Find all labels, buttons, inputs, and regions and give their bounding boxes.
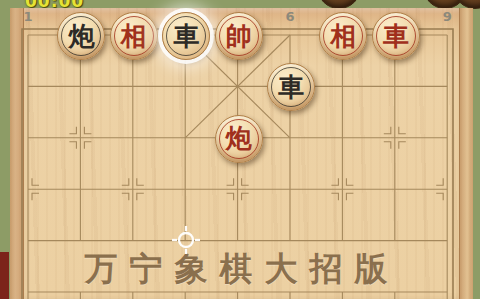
point-3-5[interactable] bbox=[107, 266, 159, 299]
point-7-1[interactable] bbox=[316, 60, 368, 111]
point-8-3[interactable] bbox=[369, 163, 421, 214]
point-9-4[interactable] bbox=[421, 215, 473, 266]
point-7-5[interactable] bbox=[316, 266, 368, 299]
point-9-3[interactable] bbox=[421, 163, 473, 214]
point-7-3[interactable] bbox=[316, 163, 368, 214]
point-1-5[interactable] bbox=[2, 266, 54, 299]
move-target-reticle[interactable] bbox=[168, 222, 204, 258]
point-3-2[interactable] bbox=[107, 112, 159, 163]
point-7-4[interactable] bbox=[316, 215, 368, 266]
point-3-4[interactable] bbox=[107, 215, 159, 266]
point-1-0[interactable] bbox=[2, 9, 54, 60]
point-4-5[interactable] bbox=[159, 266, 211, 299]
point-7-2[interactable] bbox=[316, 112, 368, 163]
point-8-4[interactable] bbox=[369, 215, 421, 266]
point-4-1[interactable] bbox=[159, 60, 211, 111]
point-5-1[interactable] bbox=[212, 60, 264, 111]
point-2-3[interactable] bbox=[54, 163, 106, 214]
point-2-2[interactable] bbox=[54, 112, 106, 163]
point-8-5[interactable] bbox=[369, 266, 421, 299]
point-2-5[interactable] bbox=[54, 266, 106, 299]
point-1-4[interactable] bbox=[2, 215, 54, 266]
point-4-3[interactable] bbox=[159, 163, 211, 214]
piece-red-cannon[interactable]: 炮 bbox=[215, 115, 263, 163]
point-9-2[interactable] bbox=[421, 112, 473, 163]
piece-red-general[interactable]: 帥 bbox=[215, 12, 263, 60]
point-6-5[interactable] bbox=[264, 266, 316, 299]
point-6-2[interactable] bbox=[264, 112, 316, 163]
point-2-4[interactable] bbox=[54, 215, 106, 266]
point-1-2[interactable] bbox=[2, 112, 54, 163]
point-4-2[interactable] bbox=[159, 112, 211, 163]
piece-red-elephant[interactable]: 相 bbox=[110, 12, 158, 60]
point-5-4[interactable] bbox=[212, 215, 264, 266]
point-9-1[interactable] bbox=[421, 60, 473, 111]
point-5-5[interactable] bbox=[212, 266, 264, 299]
side-panel-edge bbox=[0, 252, 9, 299]
piece-black-chariot[interactable]: 車 bbox=[162, 12, 210, 60]
game-screen: 00:00 169 万宁象棋大招版 炮相車帥相車車炮 bbox=[0, 0, 480, 299]
point-5-3[interactable] bbox=[212, 163, 264, 214]
point-9-0[interactable] bbox=[421, 9, 473, 60]
point-6-4[interactable] bbox=[264, 215, 316, 266]
piece-red-chariot[interactable]: 車 bbox=[372, 12, 420, 60]
point-6-0[interactable] bbox=[264, 9, 316, 60]
point-3-3[interactable] bbox=[107, 163, 159, 214]
point-6-3[interactable] bbox=[264, 163, 316, 214]
point-8-2[interactable] bbox=[369, 112, 421, 163]
point-8-1[interactable] bbox=[369, 60, 421, 111]
point-9-5[interactable] bbox=[421, 266, 473, 299]
point-1-3[interactable] bbox=[2, 163, 54, 214]
point-3-1[interactable] bbox=[107, 60, 159, 111]
point-1-1[interactable] bbox=[2, 60, 54, 111]
point-2-1[interactable] bbox=[54, 60, 106, 111]
